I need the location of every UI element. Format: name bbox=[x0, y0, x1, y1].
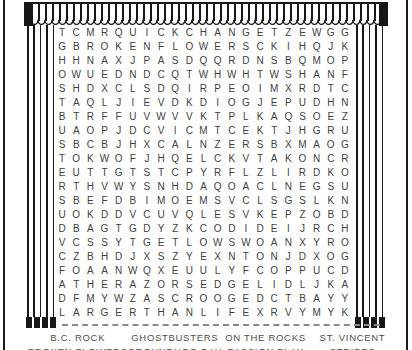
grid-cell[interactable]: A bbox=[140, 292, 154, 306]
grid-cell[interactable]: C bbox=[324, 222, 338, 236]
grid-cell[interactable]: H bbox=[83, 278, 97, 292]
grid-cell[interactable]: D bbox=[338, 208, 352, 222]
grid-cell[interactable]: K bbox=[83, 152, 97, 166]
grid-cell[interactable]: T bbox=[324, 82, 338, 96]
grid-cell[interactable]: O bbox=[338, 236, 352, 250]
grid-cell[interactable]: T bbox=[267, 124, 281, 138]
grid-cell[interactable]: S bbox=[168, 54, 182, 68]
grid-cell[interactable]: C bbox=[267, 292, 281, 306]
grid-cell[interactable]: R bbox=[182, 292, 196, 306]
grid-cell[interactable]: A bbox=[55, 278, 69, 292]
grid-cell[interactable]: D bbox=[239, 54, 253, 68]
grid-cell[interactable]: C bbox=[253, 40, 267, 54]
grid-cell[interactable]: S bbox=[182, 278, 196, 292]
grid-cell[interactable]: M bbox=[196, 124, 210, 138]
grid-cell[interactable]: O bbox=[324, 138, 338, 152]
grid-cell[interactable]: I bbox=[126, 96, 140, 110]
grid-cell[interactable]: L bbox=[253, 278, 267, 292]
grid-cell[interactable]: T bbox=[55, 96, 69, 110]
grid-cell[interactable]: O bbox=[310, 208, 324, 222]
grid-cell[interactable]: T bbox=[97, 166, 111, 180]
grid-cell[interactable]: C bbox=[168, 166, 182, 180]
grid-cell[interactable]: D bbox=[55, 292, 69, 306]
grid-cell[interactable]: E bbox=[225, 82, 239, 96]
grid-cell[interactable]: P bbox=[281, 264, 295, 278]
grid-cell[interactable]: S bbox=[97, 236, 111, 250]
grid-cell[interactable]: O bbox=[267, 264, 281, 278]
grid-cell[interactable]: A bbox=[211, 26, 225, 40]
grid-cell[interactable]: C bbox=[154, 138, 168, 152]
grid-cell[interactable]: U bbox=[182, 264, 196, 278]
grid-cell[interactable]: R bbox=[83, 306, 97, 320]
grid-cell[interactable]: S bbox=[140, 82, 154, 96]
grid-cell[interactable]: D bbox=[310, 82, 324, 96]
grid-cell[interactable]: V bbox=[168, 208, 182, 222]
grid-cell[interactable]: N bbox=[112, 264, 126, 278]
grid-cell[interactable]: P bbox=[338, 54, 352, 68]
grid-cell[interactable]: V bbox=[239, 208, 253, 222]
grid-cell[interactable]: Q bbox=[168, 82, 182, 96]
grid-cell[interactable]: N bbox=[140, 40, 154, 54]
grid-cell[interactable]: R bbox=[126, 306, 140, 320]
grid-cell[interactable]: U bbox=[338, 124, 352, 138]
grid-cell[interactable]: J bbox=[295, 222, 309, 236]
grid-cell[interactable]: D bbox=[225, 222, 239, 236]
grid-cell[interactable]: H bbox=[338, 222, 352, 236]
grid-cell[interactable]: D bbox=[253, 222, 267, 236]
grid-cell[interactable]: E bbox=[112, 306, 126, 320]
grid-cell[interactable]: G bbox=[239, 26, 253, 40]
grid-cell[interactable]: M bbox=[83, 292, 97, 306]
grid-cell[interactable]: U bbox=[338, 180, 352, 194]
grid-cell[interactable]: V bbox=[97, 180, 111, 194]
grid-cell[interactable]: O bbox=[69, 208, 83, 222]
grid-cell[interactable]: K bbox=[253, 208, 267, 222]
grid-cell[interactable]: V bbox=[154, 124, 168, 138]
grid-cell[interactable]: K bbox=[324, 166, 338, 180]
grid-cell[interactable]: V bbox=[140, 110, 154, 124]
grid-cell[interactable]: L bbox=[267, 180, 281, 194]
grid-cell[interactable]: U bbox=[55, 208, 69, 222]
grid-cell[interactable]: D bbox=[55, 222, 69, 236]
grid-cell[interactable]: A bbox=[97, 54, 111, 68]
grid-cell[interactable]: T bbox=[126, 166, 140, 180]
grid-cell[interactable]: P bbox=[211, 82, 225, 96]
grid-cell[interactable]: G bbox=[324, 26, 338, 40]
grid-cell[interactable]: Q bbox=[168, 68, 182, 82]
grid-cell[interactable]: O bbox=[225, 180, 239, 194]
grid-cell[interactable]: D bbox=[182, 54, 196, 68]
grid-cell[interactable]: O bbox=[225, 96, 239, 110]
grid-cell[interactable]: G bbox=[338, 138, 352, 152]
grid-cell[interactable]: Y bbox=[295, 306, 309, 320]
grid-cell[interactable]: E bbox=[168, 264, 182, 278]
grid-cell[interactable]: X bbox=[154, 264, 168, 278]
grid-cell[interactable]: Q bbox=[112, 26, 126, 40]
grid-cell[interactable]: O bbox=[310, 110, 324, 124]
grid-cell[interactable]: B bbox=[69, 40, 83, 54]
grid-cell[interactable]: T bbox=[211, 110, 225, 124]
grid-cell[interactable]: C bbox=[196, 222, 210, 236]
grid-cell[interactable]: U bbox=[126, 26, 140, 40]
grid-cell[interactable]: N bbox=[126, 68, 140, 82]
grid-cell[interactable]: E bbox=[295, 180, 309, 194]
grid-cell[interactable]: Z bbox=[281, 26, 295, 40]
grid-cell[interactable]: T bbox=[154, 166, 168, 180]
grid-cell[interactable]: N bbox=[182, 306, 196, 320]
grid-cell[interactable]: P bbox=[295, 264, 309, 278]
grid-cell[interactable]: S bbox=[267, 54, 281, 68]
grid-cell[interactable]: G bbox=[281, 194, 295, 208]
grid-cell[interactable]: L bbox=[196, 208, 210, 222]
grid-cell[interactable]: C bbox=[225, 124, 239, 138]
grid-cell[interactable]: M bbox=[310, 54, 324, 68]
grid-cell[interactable]: P bbox=[281, 96, 295, 110]
grid-cell[interactable]: D bbox=[83, 82, 97, 96]
grid-cell[interactable]: W bbox=[126, 264, 140, 278]
grid-cell[interactable]: L bbox=[253, 194, 267, 208]
grid-cell[interactable]: C bbox=[182, 124, 196, 138]
grid-cell[interactable]: O bbox=[211, 222, 225, 236]
grid-cell[interactable]: Z bbox=[253, 166, 267, 180]
grid-cell[interactable]: F bbox=[225, 166, 239, 180]
grid-cell[interactable]: N bbox=[310, 152, 324, 166]
grid-cell[interactable]: V bbox=[154, 96, 168, 110]
grid-cell[interactable]: Z bbox=[140, 278, 154, 292]
grid-cell[interactable]: X bbox=[211, 250, 225, 264]
grid-cell[interactable]: M bbox=[310, 306, 324, 320]
grid-cell[interactable]: L bbox=[182, 138, 196, 152]
grid-cell[interactable]: E bbox=[196, 250, 210, 264]
grid-cell[interactable]: C bbox=[239, 194, 253, 208]
grid-cell[interactable]: V bbox=[225, 194, 239, 208]
grid-cell[interactable]: A bbox=[310, 292, 324, 306]
grid-cell[interactable]: I bbox=[281, 40, 295, 54]
grid-cell[interactable]: L bbox=[239, 110, 253, 124]
grid-cell[interactable]: F bbox=[126, 152, 140, 166]
grid-cell[interactable]: D bbox=[338, 264, 352, 278]
grid-cell[interactable]: D bbox=[253, 292, 267, 306]
grid-cell[interactable]: X bbox=[140, 250, 154, 264]
grid-cell[interactable]: C bbox=[253, 180, 267, 194]
grid-cell[interactable]: R bbox=[267, 306, 281, 320]
grid-cell[interactable]: T bbox=[140, 306, 154, 320]
grid-cell[interactable]: X bbox=[97, 82, 111, 96]
grid-cell[interactable]: L bbox=[168, 40, 182, 54]
grid-cell[interactable]: M bbox=[83, 26, 97, 40]
grid-cell[interactable]: Y bbox=[324, 306, 338, 320]
grid-cell[interactable]: F bbox=[112, 110, 126, 124]
grid-cell[interactable]: J bbox=[112, 124, 126, 138]
grid-cell[interactable]: D bbox=[112, 68, 126, 82]
grid-cell[interactable]: G bbox=[112, 166, 126, 180]
grid-cell[interactable]: J bbox=[126, 54, 140, 68]
grid-cell[interactable]: S bbox=[239, 40, 253, 54]
grid-cell[interactable]: O bbox=[253, 250, 267, 264]
grid-cell[interactable]: Y bbox=[324, 292, 338, 306]
grid-cell[interactable]: D bbox=[112, 208, 126, 222]
grid-cell[interactable]: H bbox=[69, 54, 83, 68]
grid-cell[interactable]: I bbox=[281, 222, 295, 236]
grid-cell[interactable]: I bbox=[140, 194, 154, 208]
grid-cell[interactable]: O bbox=[295, 152, 309, 166]
grid-cell[interactable]: S bbox=[55, 82, 69, 96]
grid-cell[interactable]: U bbox=[83, 68, 97, 82]
grid-cell[interactable]: W bbox=[97, 152, 111, 166]
grid-cell[interactable]: C bbox=[182, 26, 196, 40]
grid-cell[interactable]: W bbox=[211, 236, 225, 250]
grid-cell[interactable]: A bbox=[154, 54, 168, 68]
grid-cell[interactable]: I bbox=[211, 306, 225, 320]
grid-cell[interactable]: O bbox=[168, 194, 182, 208]
grid-cell[interactable]: K bbox=[182, 96, 196, 110]
grid-cell[interactable]: K bbox=[182, 222, 196, 236]
grid-cell[interactable]: N bbox=[196, 138, 210, 152]
grid-cell[interactable]: C bbox=[338, 82, 352, 96]
grid-cell[interactable]: U bbox=[55, 124, 69, 138]
grid-cell[interactable]: S bbox=[55, 194, 69, 208]
grid-cell[interactable]: V bbox=[126, 208, 140, 222]
grid-cell[interactable]: B bbox=[69, 194, 83, 208]
grid-cell[interactable]: R bbox=[83, 40, 97, 54]
grid-cell[interactable]: S bbox=[154, 292, 168, 306]
grid-cell[interactable]: F bbox=[338, 68, 352, 82]
grid-cell[interactable]: T bbox=[281, 292, 295, 306]
grid-cell[interactable]: J bbox=[126, 250, 140, 264]
grid-cell[interactable]: R bbox=[225, 54, 239, 68]
grid-cell[interactable]: P bbox=[281, 208, 295, 222]
grid-cell[interactable]: E bbox=[239, 306, 253, 320]
grid-cell[interactable]: I bbox=[239, 222, 253, 236]
grid-cell[interactable]: C bbox=[154, 26, 168, 40]
grid-cell[interactable]: J bbox=[310, 278, 324, 292]
grid-cell[interactable]: G bbox=[239, 96, 253, 110]
grid-cell[interactable]: L bbox=[239, 166, 253, 180]
grid-cell[interactable]: F bbox=[225, 306, 239, 320]
grid-cell[interactable]: G bbox=[310, 124, 324, 138]
grid-cell[interactable]: E bbox=[83, 194, 97, 208]
grid-cell[interactable]: R bbox=[211, 166, 225, 180]
grid-cell[interactable]: R bbox=[295, 166, 309, 180]
grid-cell[interactable]: E bbox=[126, 40, 140, 54]
grid-cell[interactable]: H bbox=[324, 96, 338, 110]
grid-cell[interactable]: U bbox=[69, 166, 83, 180]
grid-cell[interactable]: T bbox=[168, 236, 182, 250]
grid-cell[interactable]: Y bbox=[154, 222, 168, 236]
grid-cell[interactable]: X bbox=[112, 54, 126, 68]
grid-cell[interactable]: O bbox=[97, 40, 111, 54]
grid-cell[interactable]: B bbox=[97, 138, 111, 152]
grid-cell[interactable]: V bbox=[281, 306, 295, 320]
grid-cell[interactable]: T bbox=[112, 222, 126, 236]
grid-cell[interactable]: C bbox=[324, 152, 338, 166]
grid-cell[interactable]: H bbox=[295, 40, 309, 54]
grid-cell[interactable]: C bbox=[69, 236, 83, 250]
grid-cell[interactable]: S bbox=[281, 68, 295, 82]
grid-cell[interactable]: D bbox=[196, 96, 210, 110]
grid-cell[interactable]: V bbox=[182, 110, 196, 124]
grid-cell[interactable]: K bbox=[324, 278, 338, 292]
grid-cell[interactable]: W bbox=[154, 110, 168, 124]
grid-cell[interactable]: K bbox=[225, 152, 239, 166]
grid-cell[interactable]: B bbox=[324, 208, 338, 222]
grid-cell[interactable]: C bbox=[168, 292, 182, 306]
grid-cell[interactable]: X bbox=[310, 250, 324, 264]
grid-cell[interactable]: B bbox=[267, 138, 281, 152]
grid-cell[interactable]: E bbox=[97, 278, 111, 292]
grid-cell[interactable]: B bbox=[295, 292, 309, 306]
grid-cell[interactable]: C bbox=[112, 82, 126, 96]
grid-cell[interactable]: I bbox=[267, 278, 281, 292]
grid-cell[interactable]: A bbox=[267, 236, 281, 250]
grid-cell[interactable]: T bbox=[182, 68, 196, 82]
grid-cell[interactable]: T bbox=[55, 152, 69, 166]
grid-cell[interactable]: O bbox=[112, 152, 126, 166]
grid-cell[interactable]: H bbox=[168, 180, 182, 194]
grid-cell[interactable]: L bbox=[55, 306, 69, 320]
grid-cell[interactable]: M bbox=[267, 82, 281, 96]
grid-cell[interactable]: L bbox=[211, 264, 225, 278]
grid-cell[interactable]: R bbox=[97, 26, 111, 40]
grid-cell[interactable]: K bbox=[168, 26, 182, 40]
grid-cell[interactable]: B bbox=[126, 194, 140, 208]
grid-cell[interactable]: O bbox=[211, 292, 225, 306]
grid-cell[interactable]: K bbox=[196, 110, 210, 124]
grid-cell[interactable]: Y bbox=[310, 236, 324, 250]
grid-cell[interactable]: W bbox=[225, 68, 239, 82]
grid-cell[interactable]: G bbox=[97, 222, 111, 236]
grid-cell[interactable]: K bbox=[338, 306, 352, 320]
grid-cell[interactable]: O bbox=[196, 236, 210, 250]
grid-cell[interactable]: N bbox=[324, 68, 338, 82]
grid-cell[interactable]: F bbox=[97, 194, 111, 208]
grid-cell[interactable]: L bbox=[196, 152, 210, 166]
grid-cell[interactable]: D bbox=[140, 68, 154, 82]
grid-cell[interactable]: C bbox=[324, 264, 338, 278]
grid-cell[interactable]: E bbox=[182, 152, 196, 166]
grid-cell[interactable]: I bbox=[140, 26, 154, 40]
grid-cell[interactable]: I bbox=[253, 82, 267, 96]
grid-cell[interactable]: W bbox=[112, 292, 126, 306]
grid-cell[interactable]: E bbox=[267, 96, 281, 110]
grid-cell[interactable]: E bbox=[182, 194, 196, 208]
grid-cell[interactable]: Y bbox=[338, 292, 352, 306]
grid-cell[interactable]: O bbox=[69, 264, 83, 278]
grid-cell[interactable]: D bbox=[97, 208, 111, 222]
grid-cell[interactable]: B bbox=[281, 54, 295, 68]
grid-cell[interactable]: R bbox=[338, 152, 352, 166]
grid-cell[interactable]: R bbox=[112, 278, 126, 292]
grid-cell[interactable]: A bbox=[69, 96, 83, 110]
grid-cell[interactable]: M bbox=[295, 138, 309, 152]
grid-cell[interactable]: H bbox=[295, 124, 309, 138]
grid-cell[interactable]: A bbox=[126, 278, 140, 292]
grid-cell[interactable]: A bbox=[267, 152, 281, 166]
grid-cell[interactable]: E bbox=[211, 40, 225, 54]
grid-cell[interactable]: Y bbox=[112, 236, 126, 250]
grid-cell[interactable]: N bbox=[267, 250, 281, 264]
grid-cell[interactable]: K bbox=[112, 40, 126, 54]
grid-cell[interactable]: H bbox=[55, 54, 69, 68]
grid-cell[interactable]: L bbox=[267, 166, 281, 180]
grid-cell[interactable]: Z bbox=[69, 250, 83, 264]
grid-cell[interactable]: N bbox=[225, 26, 239, 40]
grid-cell[interactable]: O bbox=[253, 236, 267, 250]
grid-cell[interactable]: E bbox=[140, 96, 154, 110]
grid-cell[interactable]: L bbox=[97, 96, 111, 110]
grid-cell[interactable]: U bbox=[295, 96, 309, 110]
grid-cell[interactable]: A bbox=[69, 306, 83, 320]
grid-cell[interactable]: H bbox=[69, 82, 83, 96]
grid-cell[interactable]: O bbox=[83, 124, 97, 138]
grid-cell[interactable]: A bbox=[310, 68, 324, 82]
grid-cell[interactable]: J bbox=[281, 124, 295, 138]
grid-cell[interactable]: C bbox=[154, 68, 168, 82]
grid-cell[interactable]: B bbox=[69, 138, 83, 152]
grid-cell[interactable]: O bbox=[338, 166, 352, 180]
grid-cell[interactable]: G bbox=[338, 250, 352, 264]
grid-cell[interactable]: S bbox=[140, 166, 154, 180]
grid-cell[interactable]: N bbox=[338, 194, 352, 208]
grid-cell[interactable]: F bbox=[69, 292, 83, 306]
grid-cell[interactable]: Z bbox=[168, 250, 182, 264]
grid-cell[interactable]: N bbox=[83, 54, 97, 68]
grid-cell[interactable]: Q bbox=[196, 54, 210, 68]
grid-cell[interactable]: W bbox=[310, 26, 324, 40]
grid-cell[interactable]: K bbox=[83, 208, 97, 222]
grid-cell[interactable]: D bbox=[182, 180, 196, 194]
grid-cell[interactable]: C bbox=[253, 264, 267, 278]
grid-cell[interactable]: G bbox=[225, 292, 239, 306]
grid-cell[interactable]: O bbox=[182, 40, 196, 54]
grid-cell[interactable]: L bbox=[310, 194, 324, 208]
grid-cell[interactable]: K bbox=[338, 40, 352, 54]
grid-cell[interactable]: S bbox=[267, 194, 281, 208]
grid-cell[interactable]: E bbox=[239, 278, 253, 292]
grid-cell[interactable]: B bbox=[69, 222, 83, 236]
grid-cell[interactable]: E bbox=[154, 236, 168, 250]
grid-cell[interactable]: E bbox=[225, 138, 239, 152]
grid-cell[interactable]: S bbox=[154, 250, 168, 264]
grid-cell[interactable]: Q bbox=[281, 110, 295, 124]
grid-cell[interactable]: H bbox=[83, 180, 97, 194]
grid-cell[interactable]: S bbox=[295, 194, 309, 208]
grid-cell[interactable]: Z bbox=[295, 208, 309, 222]
grid-cell[interactable]: V bbox=[168, 110, 182, 124]
grid-cell[interactable]: A bbox=[267, 110, 281, 124]
grid-cell[interactable]: T bbox=[69, 110, 83, 124]
grid-cell[interactable]: E bbox=[267, 222, 281, 236]
grid-cell[interactable]: X bbox=[253, 306, 267, 320]
grid-cell[interactable]: Z bbox=[211, 138, 225, 152]
grid-cell[interactable]: L bbox=[182, 236, 196, 250]
grid-cell[interactable]: H bbox=[295, 68, 309, 82]
grid-cell[interactable]: H bbox=[154, 152, 168, 166]
grid-cell[interactable]: D bbox=[140, 222, 154, 236]
grid-cell[interactable]: A bbox=[168, 306, 182, 320]
grid-cell[interactable]: M bbox=[154, 194, 168, 208]
grid-cell[interactable]: A bbox=[168, 138, 182, 152]
grid-cell[interactable]: T bbox=[239, 250, 253, 264]
grid-cell[interactable]: D bbox=[211, 278, 225, 292]
grid-cell[interactable]: T bbox=[69, 278, 83, 292]
grid-cell[interactable]: W bbox=[267, 68, 281, 82]
grid-cell[interactable]: D bbox=[310, 96, 324, 110]
grid-cell[interactable]: S bbox=[324, 180, 338, 194]
grid-cell[interactable]: C bbox=[83, 138, 97, 152]
grid-cell[interactable]: O bbox=[239, 82, 253, 96]
grid-cell[interactable]: J bbox=[112, 138, 126, 152]
